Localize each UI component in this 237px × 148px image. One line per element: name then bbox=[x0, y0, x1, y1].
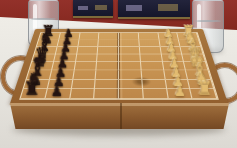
square[interactable] bbox=[141, 62, 164, 70]
photo-chess-scene: ♜♟♟♜♞♟♟♞♝♟♟♝♛♟♟♛♚♟♟♚♝♟♟♝♞♟♟♞♜♟♟♜ bbox=[0, 0, 237, 148]
square[interactable] bbox=[95, 79, 119, 89]
square[interactable] bbox=[97, 62, 119, 70]
square[interactable] bbox=[139, 39, 160, 46]
square[interactable] bbox=[138, 33, 159, 40]
square[interactable] bbox=[73, 70, 97, 79]
square[interactable] bbox=[77, 47, 99, 55]
square[interactable] bbox=[141, 70, 165, 79]
chess-board[interactable]: ♜♟♟♜♞♟♟♞♝♟♟♝♛♟♟♛♚♟♟♚♝♟♟♝♞♟♟♞♜♟♟♜ bbox=[9, 29, 228, 105]
square[interactable] bbox=[119, 39, 140, 46]
square[interactable] bbox=[99, 33, 119, 40]
square[interactable] bbox=[71, 79, 96, 89]
square[interactable]: ♟ bbox=[167, 89, 193, 99]
square[interactable] bbox=[140, 54, 162, 62]
square[interactable] bbox=[97, 54, 119, 62]
square[interactable] bbox=[98, 39, 119, 46]
square[interactable] bbox=[76, 54, 98, 62]
square[interactable] bbox=[70, 89, 95, 99]
square[interactable] bbox=[119, 89, 144, 99]
square[interactable] bbox=[119, 62, 141, 70]
square[interactable] bbox=[119, 47, 140, 55]
piece-white-pawn[interactable]: ♟ bbox=[174, 85, 186, 99]
square[interactable] bbox=[119, 79, 143, 89]
square[interactable] bbox=[79, 33, 100, 40]
square[interactable] bbox=[98, 47, 119, 55]
square[interactable] bbox=[119, 54, 141, 62]
game-box-left bbox=[73, 0, 113, 18]
square[interactable] bbox=[78, 39, 99, 46]
board-fold-seam bbox=[120, 103, 122, 129]
board-front-edge bbox=[10, 103, 229, 129]
game-box-right bbox=[118, 0, 190, 19]
square[interactable]: ♜ bbox=[21, 89, 48, 99]
piece-white-rook[interactable]: ♜ bbox=[196, 80, 212, 98]
square[interactable] bbox=[119, 70, 142, 79]
board-surface[interactable]: ♜♟♟♜♞♟♟♞♝♟♟♝♛♟♟♛♚♟♟♚♝♟♟♝♞♟♟♞♜♟♟♜ bbox=[19, 32, 219, 99]
square[interactable] bbox=[74, 62, 97, 70]
square[interactable] bbox=[96, 70, 119, 79]
square[interactable]: ♜ bbox=[191, 89, 218, 99]
piece-black-pawn[interactable]: ♟ bbox=[51, 85, 63, 99]
square[interactable] bbox=[143, 89, 168, 99]
piece-black-rook[interactable]: ♜ bbox=[24, 80, 40, 98]
square[interactable] bbox=[119, 33, 139, 40]
square[interactable] bbox=[140, 47, 162, 55]
square[interactable]: ♟ bbox=[45, 89, 71, 99]
square[interactable] bbox=[142, 79, 167, 89]
square[interactable] bbox=[94, 89, 119, 99]
water-line bbox=[31, 18, 56, 20]
